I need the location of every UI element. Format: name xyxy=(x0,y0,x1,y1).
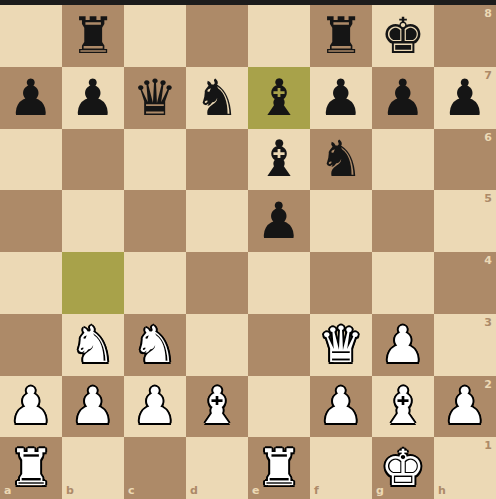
square-c6[interactable] xyxy=(124,129,186,191)
square-b6[interactable] xyxy=(62,129,124,191)
file-label-h: h xyxy=(438,485,446,496)
square-b7[interactable]: ♟ xyxy=(62,67,124,129)
square-f2[interactable]: ♟ xyxy=(310,376,372,438)
square-f8[interactable]: ♜ xyxy=(310,5,372,67)
square-c8[interactable] xyxy=(124,5,186,67)
square-e4[interactable] xyxy=(248,252,310,314)
piece-black-knight-f6[interactable]: ♞ xyxy=(310,129,372,191)
square-g8[interactable]: ♚ xyxy=(372,5,434,67)
piece-black-pawn-b7[interactable]: ♟ xyxy=(62,67,124,129)
piece-black-king-g8[interactable]: ♚ xyxy=(372,5,434,67)
piece-white-bishop-d2[interactable]: ♝ xyxy=(186,376,248,438)
square-a1[interactable]: a♜ xyxy=(0,437,62,499)
rank-label-8: 8 xyxy=(484,8,492,19)
square-e1[interactable]: e♜ xyxy=(248,437,310,499)
square-d2[interactable]: ♝ xyxy=(186,376,248,438)
square-d5[interactable] xyxy=(186,190,248,252)
square-d7[interactable]: ♞ xyxy=(186,67,248,129)
square-f7[interactable]: ♟ xyxy=(310,67,372,129)
piece-white-knight-c3[interactable]: ♞ xyxy=(124,314,186,376)
piece-black-queen-c7[interactable]: ♛ xyxy=(124,67,186,129)
rank-label-5: 5 xyxy=(484,193,492,204)
piece-white-pawn-f2[interactable]: ♟ xyxy=(310,376,372,438)
square-g3[interactable]: ♟ xyxy=(372,314,434,376)
square-g6[interactable] xyxy=(372,129,434,191)
square-b8[interactable]: ♜ xyxy=(62,5,124,67)
piece-black-rook-f8[interactable]: ♜ xyxy=(310,5,372,67)
square-c2[interactable]: ♟ xyxy=(124,376,186,438)
square-a4[interactable] xyxy=(0,252,62,314)
piece-white-king-g1[interactable]: ♚ xyxy=(372,437,434,499)
square-e2[interactable] xyxy=(248,376,310,438)
square-h1[interactable]: h1 xyxy=(434,437,496,499)
piece-white-queen-f3[interactable]: ♛ xyxy=(310,314,372,376)
square-g4[interactable] xyxy=(372,252,434,314)
square-g2[interactable]: ♝ xyxy=(372,376,434,438)
square-a6[interactable] xyxy=(0,129,62,191)
piece-white-rook-e1[interactable]: ♜ xyxy=(248,437,310,499)
chess-board[interactable]: ♜♜♚8♟♟♛♞♝♟♟7♟♝♞6♟54♞♞♛♟3♟♟♟♝♟♝2♟a♜bcde♜f… xyxy=(0,5,496,499)
piece-black-pawn-g7[interactable]: ♟ xyxy=(372,67,434,129)
square-a3[interactable] xyxy=(0,314,62,376)
square-d8[interactable] xyxy=(186,5,248,67)
square-f4[interactable] xyxy=(310,252,372,314)
piece-black-bishop-e6[interactable]: ♝ xyxy=(248,129,310,191)
square-a8[interactable] xyxy=(0,5,62,67)
piece-black-bishop-e7[interactable]: ♝ xyxy=(248,67,310,129)
piece-black-rook-b8[interactable]: ♜ xyxy=(62,5,124,67)
square-e3[interactable] xyxy=(248,314,310,376)
square-a7[interactable]: ♟ xyxy=(0,67,62,129)
square-h4[interactable]: 4 xyxy=(434,252,496,314)
square-c4[interactable] xyxy=(124,252,186,314)
piece-white-pawn-b2[interactable]: ♟ xyxy=(62,376,124,438)
rank-label-3: 3 xyxy=(484,317,492,328)
rank-label-1: 1 xyxy=(484,440,492,451)
square-d4[interactable] xyxy=(186,252,248,314)
square-b2[interactable]: ♟ xyxy=(62,376,124,438)
square-h8[interactable]: 8 xyxy=(434,5,496,67)
square-h2[interactable]: 2♟ xyxy=(434,376,496,438)
square-b4[interactable] xyxy=(62,252,124,314)
square-g5[interactable] xyxy=(372,190,434,252)
file-label-f: f xyxy=(314,485,319,496)
square-b1[interactable]: b xyxy=(62,437,124,499)
square-e5[interactable]: ♟ xyxy=(248,190,310,252)
piece-black-pawn-e5[interactable]: ♟ xyxy=(248,190,310,252)
square-e6[interactable]: ♝ xyxy=(248,129,310,191)
square-c3[interactable]: ♞ xyxy=(124,314,186,376)
square-h3[interactable]: 3 xyxy=(434,314,496,376)
piece-white-pawn-a2[interactable]: ♟ xyxy=(0,376,62,438)
square-e8[interactable] xyxy=(248,5,310,67)
square-b3[interactable]: ♞ xyxy=(62,314,124,376)
piece-white-rook-a1[interactable]: ♜ xyxy=(0,437,62,499)
square-f5[interactable] xyxy=(310,190,372,252)
square-g7[interactable]: ♟ xyxy=(372,67,434,129)
piece-white-pawn-g3[interactable]: ♟ xyxy=(372,314,434,376)
square-h5[interactable]: 5 xyxy=(434,190,496,252)
piece-white-knight-b3[interactable]: ♞ xyxy=(62,314,124,376)
square-e7[interactable]: ♝ xyxy=(248,67,310,129)
square-h6[interactable]: 6 xyxy=(434,129,496,191)
piece-white-pawn-h2[interactable]: ♟ xyxy=(434,376,496,438)
square-c5[interactable] xyxy=(124,190,186,252)
square-c1[interactable]: c xyxy=(124,437,186,499)
piece-black-knight-d7[interactable]: ♞ xyxy=(186,67,248,129)
piece-black-pawn-a7[interactable]: ♟ xyxy=(0,67,62,129)
square-d6[interactable] xyxy=(186,129,248,191)
square-a5[interactable] xyxy=(0,190,62,252)
square-d1[interactable]: d xyxy=(186,437,248,499)
file-label-c: c xyxy=(128,485,135,496)
piece-white-bishop-g2[interactable]: ♝ xyxy=(372,376,434,438)
square-f6[interactable]: ♞ xyxy=(310,129,372,191)
square-b5[interactable] xyxy=(62,190,124,252)
square-f3[interactable]: ♛ xyxy=(310,314,372,376)
square-a2[interactable]: ♟ xyxy=(0,376,62,438)
piece-white-pawn-c2[interactable]: ♟ xyxy=(124,376,186,438)
piece-black-pawn-h7[interactable]: ♟ xyxy=(434,67,496,129)
square-c7[interactable]: ♛ xyxy=(124,67,186,129)
square-f1[interactable]: f xyxy=(310,437,372,499)
square-d3[interactable] xyxy=(186,314,248,376)
file-label-d: d xyxy=(190,485,198,496)
piece-black-pawn-f7[interactable]: ♟ xyxy=(310,67,372,129)
square-g1[interactable]: g♚ xyxy=(372,437,434,499)
file-label-b: b xyxy=(66,485,74,496)
square-h7[interactable]: 7♟ xyxy=(434,67,496,129)
rank-label-4: 4 xyxy=(484,255,492,266)
rank-label-6: 6 xyxy=(484,132,492,143)
